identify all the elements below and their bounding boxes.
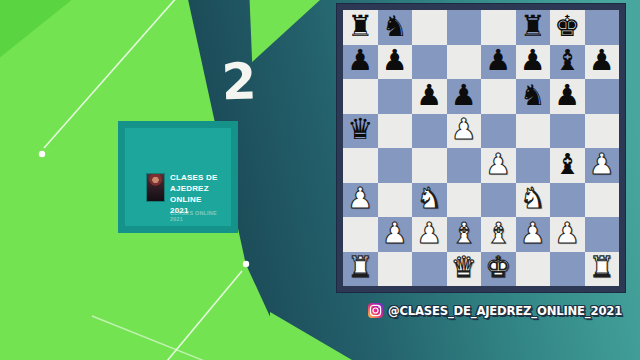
black-pawn-g6: ♟ bbox=[554, 81, 580, 110]
white-bishop-e2: ♝ bbox=[485, 219, 511, 248]
video-card-inner: CLASES DE AJEDREZ ONLINE 2021 CLASES ONL… bbox=[125, 128, 231, 226]
instagram-handle: @CLASES_DE_AJEDREZ_ONLINE_2021 bbox=[388, 303, 622, 318]
square-a2 bbox=[343, 217, 378, 252]
square-d7 bbox=[447, 45, 482, 80]
square-a5: ♛ bbox=[343, 114, 378, 149]
square-g4: ♝ bbox=[550, 148, 585, 183]
black-bishop-g4: ♝ bbox=[554, 150, 580, 179]
square-d5: ♟ bbox=[447, 114, 482, 149]
white-pawn-f2: ♟ bbox=[520, 219, 546, 248]
white-bishop-d2: ♝ bbox=[451, 219, 477, 248]
card-title-line2: AJEDREZ ONLINE bbox=[170, 183, 242, 205]
square-b7: ♟ bbox=[378, 45, 413, 80]
square-g5 bbox=[550, 114, 585, 149]
card-subtitle: CLASES ONLINE 2021 bbox=[170, 210, 224, 222]
square-c6: ♟ bbox=[412, 79, 447, 114]
caption: @CLASES_DE_AJEDREZ_ONLINE_2021 bbox=[368, 303, 640, 318]
square-e2: ♝ bbox=[481, 217, 516, 252]
square-b3 bbox=[378, 183, 413, 218]
white-pawn-h4: ♟ bbox=[589, 150, 615, 179]
square-c8 bbox=[412, 10, 447, 45]
square-h7: ♟ bbox=[585, 45, 620, 80]
square-a1: ♜ bbox=[343, 252, 378, 287]
black-pawn-d6: ♟ bbox=[451, 81, 477, 110]
white-rook-a1: ♜ bbox=[347, 253, 373, 282]
square-e4: ♟ bbox=[481, 148, 516, 183]
episode-number: 2 bbox=[217, 55, 261, 108]
square-d3 bbox=[447, 183, 482, 218]
square-c4 bbox=[412, 148, 447, 183]
black-bishop-g7: ♝ bbox=[554, 46, 580, 75]
square-d1: ♛ bbox=[447, 252, 482, 287]
square-g7: ♝ bbox=[550, 45, 585, 80]
square-g3 bbox=[550, 183, 585, 218]
black-rook-a8: ♜ bbox=[347, 12, 373, 41]
black-pawn-a7: ♟ bbox=[347, 46, 373, 75]
square-c1 bbox=[412, 252, 447, 287]
square-c7 bbox=[412, 45, 447, 80]
black-knight-b8: ♞ bbox=[382, 12, 408, 41]
square-a3: ♟ bbox=[343, 183, 378, 218]
card-title-line1: CLASES DE bbox=[170, 172, 242, 183]
square-b4 bbox=[378, 148, 413, 183]
black-rook-f8: ♜ bbox=[520, 12, 546, 41]
white-king-e1: ♚ bbox=[485, 253, 511, 282]
square-e1: ♚ bbox=[481, 252, 516, 287]
square-b2: ♟ bbox=[378, 217, 413, 252]
square-d4 bbox=[447, 148, 482, 183]
chess-board: ♜♞♜♚♟♟♟♟♝♟♟♟♞♟♛♟♟♝♟♟♞♞♟♟♝♝♟♟♜♛♚♜ bbox=[337, 4, 625, 292]
square-b6 bbox=[378, 79, 413, 114]
square-h1: ♜ bbox=[585, 252, 620, 287]
square-c5 bbox=[412, 114, 447, 149]
square-h4: ♟ bbox=[585, 148, 620, 183]
white-pawn-c2: ♟ bbox=[416, 219, 442, 248]
square-g6: ♟ bbox=[550, 79, 585, 114]
white-queen-d1: ♛ bbox=[451, 253, 477, 282]
square-f8: ♜ bbox=[516, 10, 551, 45]
square-b5 bbox=[378, 114, 413, 149]
white-pawn-a3: ♟ bbox=[347, 184, 373, 213]
square-a7: ♟ bbox=[343, 45, 378, 80]
square-f4 bbox=[516, 148, 551, 183]
square-f2: ♟ bbox=[516, 217, 551, 252]
decorative-dot bbox=[243, 261, 249, 267]
square-a6 bbox=[343, 79, 378, 114]
square-h2 bbox=[585, 217, 620, 252]
white-pawn-e4: ♟ bbox=[485, 150, 511, 179]
thumbnail-canvas: 2 CLASES DE AJEDREZ ONLINE 2021 CLASES O… bbox=[0, 0, 640, 360]
white-knight-c3: ♞ bbox=[416, 184, 442, 213]
decorative-dot bbox=[39, 151, 45, 157]
square-g1 bbox=[550, 252, 585, 287]
black-pawn-f7: ♟ bbox=[520, 46, 546, 75]
square-h3 bbox=[585, 183, 620, 218]
square-e7: ♟ bbox=[481, 45, 516, 80]
square-f6: ♞ bbox=[516, 79, 551, 114]
square-f5 bbox=[516, 114, 551, 149]
square-h8 bbox=[585, 10, 620, 45]
white-pawn-b2: ♟ bbox=[382, 219, 408, 248]
square-f3: ♞ bbox=[516, 183, 551, 218]
square-e3 bbox=[481, 183, 516, 218]
white-pawn-g2: ♟ bbox=[554, 219, 580, 248]
square-f1 bbox=[516, 252, 551, 287]
square-b1 bbox=[378, 252, 413, 287]
square-c3: ♞ bbox=[412, 183, 447, 218]
black-pawn-c6: ♟ bbox=[416, 81, 442, 110]
instagram-icon bbox=[368, 303, 383, 318]
card-thumbnail-photo bbox=[147, 174, 164, 201]
square-e8 bbox=[481, 10, 516, 45]
square-f7: ♟ bbox=[516, 45, 551, 80]
black-pawn-b7: ♟ bbox=[382, 46, 408, 75]
square-h6 bbox=[585, 79, 620, 114]
square-g8: ♚ bbox=[550, 10, 585, 45]
video-card: CLASES DE AJEDREZ ONLINE 2021 CLASES ONL… bbox=[118, 121, 238, 233]
square-b8: ♞ bbox=[378, 10, 413, 45]
black-king-g8: ♚ bbox=[554, 12, 580, 41]
white-pawn-d5: ♟ bbox=[451, 115, 477, 144]
square-e6 bbox=[481, 79, 516, 114]
square-d8 bbox=[447, 10, 482, 45]
square-a8: ♜ bbox=[343, 10, 378, 45]
black-pawn-e7: ♟ bbox=[485, 46, 511, 75]
white-rook-h1: ♜ bbox=[589, 253, 615, 282]
square-d6: ♟ bbox=[447, 79, 482, 114]
square-c2: ♟ bbox=[412, 217, 447, 252]
white-knight-f3: ♞ bbox=[520, 184, 546, 213]
black-pawn-h7: ♟ bbox=[589, 46, 615, 75]
square-h5 bbox=[585, 114, 620, 149]
square-e5 bbox=[481, 114, 516, 149]
black-queen-a5: ♛ bbox=[347, 115, 373, 144]
square-g2: ♟ bbox=[550, 217, 585, 252]
square-d2: ♝ bbox=[447, 217, 482, 252]
black-knight-f6: ♞ bbox=[520, 81, 546, 110]
square-a4 bbox=[343, 148, 378, 183]
